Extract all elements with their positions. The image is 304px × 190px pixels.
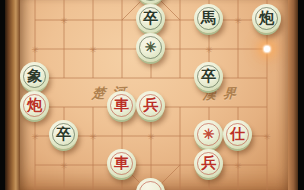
svg-text:✳: ✳ <box>60 16 68 26</box>
xiangqi-board[interactable]: ✳✳✳✳✳✳✳✳✳✳✳✳✳✳ 楚河 漢界 卒馬炮✳象卒炮車兵卒✳仕車兵 <box>20 0 288 190</box>
piece-red-chariot-2[interactable]: 車 <box>107 149 136 178</box>
letterbox-left <box>0 0 5 190</box>
piece-black-soldier-b[interactable]: 卒 <box>49 120 78 149</box>
svg-text:✳: ✳ <box>89 132 97 142</box>
svg-text:✳: ✳ <box>60 161 68 171</box>
piece-glyph: 車 <box>107 91 136 120</box>
piece-red-cannon[interactable]: 炮 <box>20 91 49 120</box>
piece-black-soldier-g[interactable]: 卒 <box>194 62 223 91</box>
piece-glyph: 炮 <box>252 4 281 33</box>
piece-red-soldier-e[interactable]: 兵 <box>136 91 165 120</box>
piece-glyph: 卒 <box>194 62 223 91</box>
piece-glyph: ✳ <box>136 33 165 62</box>
letterbox-right <box>298 0 304 190</box>
piece-glyph: 炮 <box>20 91 49 120</box>
svg-text:✳: ✳ <box>31 132 39 142</box>
wood-frame-right <box>288 0 298 190</box>
xiangqi-game-screen: ✳✳✳✳✳✳✳✳✳✳✳✳✳✳ 楚河 漢界 卒馬炮✳象卒炮車兵卒✳仕車兵 <box>0 0 304 190</box>
piece-glyph: ✳ <box>194 120 223 149</box>
piece-glyph: 兵 <box>136 91 165 120</box>
svg-text:✳: ✳ <box>234 161 242 171</box>
piece-black-cannon[interactable]: 炮 <box>252 4 281 33</box>
piece-glyph: 象 <box>20 62 49 91</box>
svg-text:✳: ✳ <box>263 132 271 142</box>
piece-glyph: 馬 <box>194 4 223 33</box>
svg-text:✳: ✳ <box>234 16 242 26</box>
piece-red-general-partial[interactable] <box>136 178 165 190</box>
piece-glyph: 仕 <box>223 120 252 149</box>
piece-glyph: 兵 <box>194 149 223 178</box>
move-indicator-dot[interactable] <box>264 46 270 52</box>
piece-black-elephant[interactable]: 象 <box>20 62 49 91</box>
piece-glyph: 卒 <box>49 120 78 149</box>
svg-text:✳: ✳ <box>205 45 213 55</box>
piece-red-chariot-1[interactable]: 車 <box>107 91 136 120</box>
piece-black-horse[interactable]: 馬 <box>194 4 223 33</box>
svg-text:✳: ✳ <box>147 132 155 142</box>
piece-red-advisor[interactable]: 仕 <box>223 120 252 149</box>
wood-frame-left <box>5 0 20 190</box>
piece-black-soldier-e[interactable]: 卒 <box>136 4 165 33</box>
piece-glyph <box>136 178 165 190</box>
svg-text:✳: ✳ <box>89 45 97 55</box>
piece-red-soldier-g[interactable]: 兵 <box>194 149 223 178</box>
piece-black-hidden-piece[interactable]: ✳ <box>136 33 165 62</box>
piece-glyph: 車 <box>107 149 136 178</box>
piece-red-hidden-piece[interactable]: ✳ <box>194 120 223 149</box>
piece-glyph: 卒 <box>136 4 165 33</box>
svg-text:✳: ✳ <box>31 45 39 55</box>
